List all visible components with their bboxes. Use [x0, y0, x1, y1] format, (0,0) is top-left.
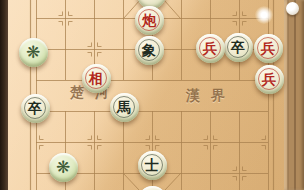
piece-red-soldier-2[interactable]: 兵 [254, 34, 283, 63]
piece-black-horse[interactable]: 馬 [110, 93, 139, 122]
piece-character: 炮 [142, 13, 156, 27]
piece-character: 士 [145, 158, 159, 172]
piece-red-elephant[interactable]: 相 [82, 64, 111, 93]
piece-black-elephant[interactable]: 象 [135, 36, 164, 65]
piece-character: 兵 [203, 41, 217, 55]
piece-character: 馬 [117, 100, 131, 114]
piece-ring [140, 0, 162, 5]
sphere-decoration-icon [286, 2, 299, 15]
piece-red-soldier-1[interactable]: 兵 [196, 34, 225, 63]
piece-character: 象 [142, 43, 156, 57]
move-indicator-glow [255, 6, 273, 24]
piece-ring [141, 189, 163, 190]
piece-black-soldier-1[interactable]: 卒 [224, 33, 253, 62]
piece-black-soldier-2[interactable]: 卒 [21, 94, 50, 123]
river-label-right: 漢界 [186, 87, 236, 105]
piece-character: 兵 [261, 41, 275, 55]
piece-hidden-1[interactable]: ❋ [19, 38, 48, 67]
xiangqi-app-screen: 楚河 漢界 炮象兵卒兵兵相❋卒馬❋士 [0, 0, 304, 190]
wood-wall-strip [284, 0, 304, 190]
piece-character: 相 [89, 71, 103, 85]
hidden-rosette-icon: ❋ [56, 159, 70, 176]
piece-character: 兵 [262, 72, 276, 86]
piece-black-advisor[interactable]: 士 [138, 151, 167, 180]
piece-hidden-2[interactable]: ❋ [49, 153, 78, 182]
piece-red-cannon[interactable]: 炮 [135, 6, 164, 35]
piece-red-soldier-3[interactable]: 兵 [255, 65, 284, 94]
hidden-rosette-icon: ❋ [26, 44, 40, 61]
table-edge-strip [0, 0, 8, 190]
piece-character: 卒 [231, 40, 245, 54]
piece-character: 卒 [28, 101, 42, 115]
